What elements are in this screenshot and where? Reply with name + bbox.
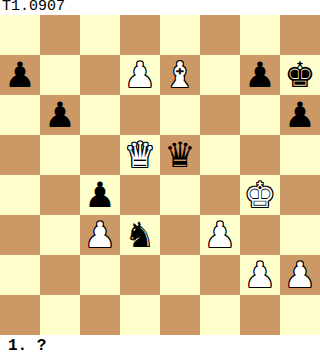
white-pawn[interactable]: ♟ — [80, 215, 120, 255]
square-d3[interactable]: ♞ — [120, 215, 160, 255]
square-g6[interactable] — [240, 95, 280, 135]
black-pawn[interactable]: ♟ — [0, 55, 40, 95]
page-title: T1.0907 — [2, 0, 65, 15]
square-b5[interactable] — [40, 135, 80, 175]
square-e5[interactable]: ♛ — [160, 135, 200, 175]
square-h1[interactable] — [280, 295, 320, 335]
square-f2[interactable] — [200, 255, 240, 295]
square-g1[interactable] — [240, 295, 280, 335]
white-king[interactable]: ♚ — [240, 175, 280, 215]
white-pawn[interactable]: ♟ — [200, 215, 240, 255]
black-queen[interactable]: ♛ — [160, 135, 200, 175]
black-pawn[interactable]: ♟ — [280, 95, 320, 135]
square-f1[interactable] — [200, 295, 240, 335]
square-a7[interactable]: ♟ — [0, 55, 40, 95]
square-e4[interactable] — [160, 175, 200, 215]
square-b1[interactable] — [40, 295, 80, 335]
square-a5[interactable] — [0, 135, 40, 175]
square-c5[interactable] — [80, 135, 120, 175]
move-prompt: 1. ? — [8, 337, 46, 355]
square-g2[interactable]: ♟ — [240, 255, 280, 295]
black-knight[interactable]: ♞ — [120, 215, 160, 255]
square-d4[interactable] — [120, 175, 160, 215]
square-f6[interactable] — [200, 95, 240, 135]
square-a1[interactable] — [0, 295, 40, 335]
square-h7[interactable]: ♚ — [280, 55, 320, 95]
square-c2[interactable] — [80, 255, 120, 295]
black-pawn[interactable]: ♟ — [80, 175, 120, 215]
square-d2[interactable] — [120, 255, 160, 295]
square-e7[interactable]: ♝ — [160, 55, 200, 95]
square-f3[interactable]: ♟ — [200, 215, 240, 255]
square-e6[interactable] — [160, 95, 200, 135]
square-h8[interactable] — [280, 15, 320, 55]
white-pawn[interactable]: ♟ — [280, 255, 320, 295]
square-d7[interactable]: ♟ — [120, 55, 160, 95]
black-pawn[interactable]: ♟ — [40, 95, 80, 135]
square-c3[interactable]: ♟ — [80, 215, 120, 255]
square-b8[interactable] — [40, 15, 80, 55]
square-f5[interactable] — [200, 135, 240, 175]
square-e1[interactable] — [160, 295, 200, 335]
square-g8[interactable] — [240, 15, 280, 55]
square-b4[interactable] — [40, 175, 80, 215]
square-g3[interactable] — [240, 215, 280, 255]
square-a4[interactable] — [0, 175, 40, 215]
square-a6[interactable] — [0, 95, 40, 135]
square-e8[interactable] — [160, 15, 200, 55]
square-a8[interactable] — [0, 15, 40, 55]
square-h6[interactable]: ♟ — [280, 95, 320, 135]
square-g5[interactable] — [240, 135, 280, 175]
square-d8[interactable] — [120, 15, 160, 55]
square-f8[interactable] — [200, 15, 240, 55]
square-c6[interactable] — [80, 95, 120, 135]
square-d1[interactable] — [120, 295, 160, 335]
square-b2[interactable] — [40, 255, 80, 295]
square-h4[interactable] — [280, 175, 320, 215]
white-bishop[interactable]: ♝ — [160, 55, 200, 95]
white-pawn[interactable]: ♟ — [240, 255, 280, 295]
square-d5[interactable]: ♛ — [120, 135, 160, 175]
square-a2[interactable] — [0, 255, 40, 295]
square-e3[interactable] — [160, 215, 200, 255]
square-c7[interactable] — [80, 55, 120, 95]
square-c1[interactable] — [80, 295, 120, 335]
white-queen[interactable]: ♛ — [120, 135, 160, 175]
square-f7[interactable] — [200, 55, 240, 95]
black-king[interactable]: ♚ — [280, 55, 320, 95]
square-h3[interactable] — [280, 215, 320, 255]
black-pawn[interactable]: ♟ — [240, 55, 280, 95]
white-pawn[interactable]: ♟ — [120, 55, 160, 95]
square-b6[interactable]: ♟ — [40, 95, 80, 135]
square-b3[interactable] — [40, 215, 80, 255]
square-f4[interactable] — [200, 175, 240, 215]
square-h2[interactable]: ♟ — [280, 255, 320, 295]
square-h5[interactable] — [280, 135, 320, 175]
square-b7[interactable] — [40, 55, 80, 95]
square-a3[interactable] — [0, 215, 40, 255]
square-d6[interactable] — [120, 95, 160, 135]
square-g7[interactable]: ♟ — [240, 55, 280, 95]
square-c8[interactable] — [80, 15, 120, 55]
square-e2[interactable] — [160, 255, 200, 295]
chess-board: ♟♟♝♟♚♟♟♛♛♟♚♟♞♟♟♟ — [0, 15, 320, 335]
square-c4[interactable]: ♟ — [80, 175, 120, 215]
square-g4[interactable]: ♚ — [240, 175, 280, 215]
